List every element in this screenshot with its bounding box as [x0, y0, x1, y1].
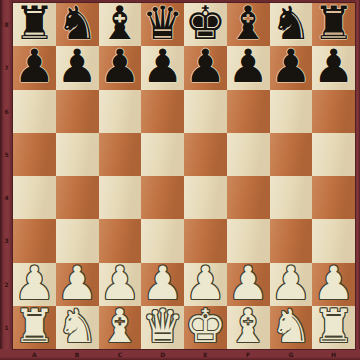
board-border-right — [355, 0, 360, 360]
square-c2[interactable]: ♟ — [99, 263, 142, 306]
square-c8[interactable]: ♝ — [99, 3, 142, 46]
piece-black-pawn[interactable]: ♟ — [228, 46, 269, 88]
square-c4[interactable] — [99, 176, 142, 219]
piece-black-pawn[interactable]: ♟ — [14, 46, 55, 88]
square-f5[interactable] — [227, 133, 270, 176]
piece-black-pawn[interactable]: ♟ — [313, 46, 354, 88]
square-h8[interactable]: ♜ — [312, 3, 355, 46]
square-b6[interactable] — [56, 90, 99, 133]
piece-black-bishop[interactable]: ♝ — [99, 3, 140, 45]
rank-label-8: 8 — [0, 3, 13, 46]
square-g2[interactable]: ♟ — [270, 263, 313, 306]
piece-black-rook[interactable]: ♜ — [313, 3, 354, 45]
piece-white-pawn[interactable]: ♟ — [57, 263, 98, 305]
piece-white-pawn[interactable]: ♟ — [99, 263, 140, 305]
square-a3[interactable] — [13, 219, 56, 262]
file-label-e: E — [184, 349, 227, 360]
rank-label-6: 6 — [0, 90, 13, 133]
square-f7[interactable]: ♟ — [227, 46, 270, 89]
square-f1[interactable]: ♝ — [227, 306, 270, 349]
square-b2[interactable]: ♟ — [56, 263, 99, 306]
square-a8[interactable]: ♜ — [13, 3, 56, 46]
square-d4[interactable] — [141, 176, 184, 219]
piece-white-pawn[interactable]: ♟ — [270, 263, 311, 305]
piece-black-knight[interactable]: ♞ — [57, 3, 98, 45]
piece-black-queen[interactable]: ♛ — [142, 3, 183, 45]
square-d7[interactable]: ♟ — [141, 46, 184, 89]
chess-board: ♜ ♞ ♝ ♛ ♚ ♝ ♞ ♜ ♟ ♟ ♟ ♟ ♟ ♟ ♟ ♟ — [13, 3, 355, 349]
piece-white-pawn[interactable]: ♟ — [185, 263, 226, 305]
square-e4[interactable] — [184, 176, 227, 219]
square-e3[interactable] — [184, 219, 227, 262]
file-label-h: H — [312, 349, 355, 360]
square-e8[interactable]: ♚ — [184, 3, 227, 46]
square-g5[interactable] — [270, 133, 313, 176]
square-f2[interactable]: ♟ — [227, 263, 270, 306]
piece-black-pawn[interactable]: ♟ — [142, 46, 183, 88]
piece-black-rook[interactable]: ♜ — [14, 3, 55, 45]
file-label-a: A — [13, 349, 56, 360]
piece-black-king[interactable]: ♚ — [185, 3, 226, 45]
square-a4[interactable] — [13, 176, 56, 219]
piece-white-knight[interactable]: ♞ — [270, 306, 311, 348]
square-f3[interactable] — [227, 219, 270, 262]
square-a7[interactable]: ♟ — [13, 46, 56, 89]
square-g4[interactable] — [270, 176, 313, 219]
rank-label-3: 3 — [0, 219, 13, 262]
square-b5[interactable] — [56, 133, 99, 176]
piece-white-knight[interactable]: ♞ — [57, 306, 98, 348]
square-b8[interactable]: ♞ — [56, 3, 99, 46]
square-b1[interactable]: ♞ — [56, 306, 99, 349]
square-h6[interactable] — [312, 90, 355, 133]
piece-black-knight[interactable]: ♞ — [270, 3, 311, 45]
square-e2[interactable]: ♟ — [184, 263, 227, 306]
square-b7[interactable]: ♟ — [56, 46, 99, 89]
piece-white-pawn[interactable]: ♟ — [142, 263, 183, 305]
square-g8[interactable]: ♞ — [270, 3, 313, 46]
square-c1[interactable]: ♝ — [99, 306, 142, 349]
square-h3[interactable] — [312, 219, 355, 262]
square-h4[interactable] — [312, 176, 355, 219]
piece-white-pawn[interactable]: ♟ — [14, 263, 55, 305]
square-f4[interactable] — [227, 176, 270, 219]
file-label-c: C — [99, 349, 142, 360]
piece-white-king[interactable]: ♚ — [185, 306, 226, 348]
square-a6[interactable] — [13, 90, 56, 133]
rank-label-1: 1 — [0, 306, 13, 349]
file-label-g: G — [270, 349, 313, 360]
square-c6[interactable] — [99, 90, 142, 133]
square-a1[interactable]: ♜ — [13, 306, 56, 349]
square-e5[interactable] — [184, 133, 227, 176]
rank-label-5: 5 — [0, 133, 13, 176]
piece-white-pawn[interactable]: ♟ — [228, 263, 269, 305]
rank-label-7: 7 — [0, 46, 13, 89]
square-h1[interactable]: ♜ — [312, 306, 355, 349]
square-g7[interactable]: ♟ — [270, 46, 313, 89]
square-d3[interactable] — [141, 219, 184, 262]
file-labels: A B C D E F G H — [13, 349, 355, 360]
square-e6[interactable] — [184, 90, 227, 133]
square-h7[interactable]: ♟ — [312, 46, 355, 89]
square-h5[interactable] — [312, 133, 355, 176]
square-g3[interactable] — [270, 219, 313, 262]
square-e7[interactable]: ♟ — [184, 46, 227, 89]
piece-black-pawn[interactable]: ♟ — [185, 46, 226, 88]
square-a5[interactable] — [13, 133, 56, 176]
square-g1[interactable]: ♞ — [270, 306, 313, 349]
square-f6[interactable] — [227, 90, 270, 133]
file-label-d: D — [141, 349, 184, 360]
square-d2[interactable]: ♟ — [141, 263, 184, 306]
square-d5[interactable] — [141, 133, 184, 176]
square-a2[interactable]: ♟ — [13, 263, 56, 306]
square-b4[interactable] — [56, 176, 99, 219]
piece-black-pawn[interactable]: ♟ — [99, 46, 140, 88]
piece-black-pawn[interactable]: ♟ — [270, 46, 311, 88]
rank-label-2: 2 — [0, 263, 13, 306]
square-e1[interactable]: ♚ — [184, 306, 227, 349]
piece-black-pawn[interactable]: ♟ — [57, 46, 98, 88]
square-d8[interactable]: ♛ — [141, 3, 184, 46]
file-label-f: F — [227, 349, 270, 360]
square-d6[interactable] — [141, 90, 184, 133]
chess-board-frame: 8 7 6 5 4 3 2 1 ♜ ♞ ♝ ♛ ♚ ♝ ♞ ♜ ♟ ♟ ♟ ♟ … — [0, 0, 360, 360]
piece-white-rook[interactable]: ♜ — [313, 306, 354, 348]
square-h2[interactable]: ♟ — [312, 263, 355, 306]
piece-black-bishop[interactable]: ♝ — [228, 3, 269, 45]
square-c3[interactable] — [99, 219, 142, 262]
piece-white-pawn[interactable]: ♟ — [313, 263, 354, 305]
file-label-b: B — [56, 349, 99, 360]
square-b3[interactable] — [56, 219, 99, 262]
rank-labels: 8 7 6 5 4 3 2 1 — [0, 3, 13, 349]
square-c7[interactable]: ♟ — [99, 46, 142, 89]
piece-white-bishop[interactable]: ♝ — [99, 306, 140, 348]
square-c5[interactable] — [99, 133, 142, 176]
square-g6[interactable] — [270, 90, 313, 133]
piece-white-rook[interactable]: ♜ — [14, 306, 55, 348]
square-f8[interactable]: ♝ — [227, 3, 270, 46]
rank-label-4: 4 — [0, 176, 13, 219]
piece-white-queen[interactable]: ♛ — [142, 306, 183, 348]
piece-white-bishop[interactable]: ♝ — [228, 306, 269, 348]
square-d1[interactable]: ♛ — [141, 306, 184, 349]
